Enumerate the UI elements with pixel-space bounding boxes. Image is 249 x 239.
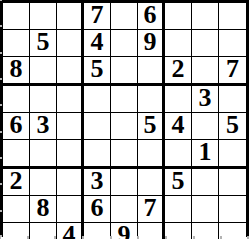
edge-tick <box>0 210 2 212</box>
cell-r1c9[interactable] <box>219 3 246 30</box>
cell-r8c1[interactable] <box>3 196 30 223</box>
given-digit: 6 <box>91 195 104 221</box>
cell-r9c6[interactable] <box>138 223 165 239</box>
given-digit: 5 <box>144 112 157 138</box>
given-digit: 2 <box>10 168 23 194</box>
given-digit: 3 <box>91 168 104 194</box>
cell-r4c8: 3 <box>192 86 219 113</box>
cell-r3c8[interactable] <box>192 57 219 86</box>
cell-r3c7: 2 <box>165 57 192 86</box>
cell-r6c2[interactable] <box>30 140 57 169</box>
given-digit: 7 <box>91 2 104 28</box>
cell-r2c7[interactable] <box>165 30 192 57</box>
given-digit: 5 <box>226 112 239 138</box>
cell-r9c8[interactable] <box>192 223 219 239</box>
cell-r7c9[interactable] <box>219 169 246 196</box>
edge-tick <box>165 236 167 239</box>
given-digit: 5 <box>91 56 104 82</box>
cell-r2c3[interactable] <box>57 30 84 57</box>
cell-r8c9[interactable] <box>219 196 246 223</box>
edge-tick <box>0 104 2 106</box>
cell-r6c5[interactable] <box>111 140 138 169</box>
cell-r5c5[interactable] <box>111 113 138 140</box>
edge-tick <box>54 236 56 239</box>
cell-r9c3: 4 <box>57 223 84 239</box>
cell-r7c7: 5 <box>165 169 192 196</box>
given-digit: 4 <box>172 112 185 138</box>
given-digit: 9 <box>144 29 157 55</box>
cell-r4c9[interactable] <box>219 86 246 113</box>
cell-r4c5[interactable] <box>111 86 138 113</box>
given-digit: 4 <box>91 29 104 55</box>
cell-r5c2: 3 <box>30 113 57 140</box>
given-digit: 6 <box>10 112 23 138</box>
cell-r5c6: 5 <box>138 113 165 140</box>
cell-r1c8[interactable] <box>192 3 219 30</box>
cell-r1c4: 7 <box>84 3 111 30</box>
cell-r7c8[interactable] <box>192 169 219 196</box>
edge-tick <box>0 131 2 133</box>
cell-r3c2[interactable] <box>30 57 57 86</box>
cell-r7c1: 2 <box>3 169 30 196</box>
edge-tick <box>82 236 84 239</box>
edge-tick <box>0 78 2 80</box>
sudoku-screenshot: 765498527363545123586749 <box>0 0 249 239</box>
cell-r8c4: 6 <box>84 196 111 223</box>
cell-r6c3[interactable] <box>57 140 84 169</box>
cell-r9c1[interactable] <box>3 223 30 239</box>
cell-r8c7[interactable] <box>165 196 192 223</box>
edge-tick <box>110 236 112 239</box>
cell-r9c2[interactable] <box>30 223 57 239</box>
cell-r4c6[interactable] <box>138 86 165 113</box>
given-digit: 2 <box>172 56 185 82</box>
cell-r9c5: 9 <box>111 223 138 239</box>
cell-r8c3[interactable] <box>57 196 84 223</box>
cell-r7c2[interactable] <box>30 169 57 196</box>
cell-r3c6[interactable] <box>138 57 165 86</box>
cell-r2c4: 4 <box>84 30 111 57</box>
edge-tick <box>193 236 195 239</box>
cell-r7c5[interactable] <box>111 169 138 196</box>
given-digit: 7 <box>144 195 157 221</box>
cell-r5c1: 6 <box>3 113 30 140</box>
cell-r4c2[interactable] <box>30 86 57 113</box>
edge-tick <box>0 183 2 185</box>
cell-r2c6: 9 <box>138 30 165 57</box>
cell-r6c7[interactable] <box>165 140 192 169</box>
cell-r8c6: 7 <box>138 196 165 223</box>
cell-r1c7[interactable] <box>165 3 192 30</box>
given-digit: 1 <box>199 139 212 165</box>
given-digit: 3 <box>199 85 212 111</box>
edge-tick <box>0 52 2 54</box>
given-digit: 9 <box>118 222 131 239</box>
edge-tick <box>0 0 2 1</box>
cell-r4c3[interactable] <box>57 86 84 113</box>
cell-r8c8[interactable] <box>192 196 219 223</box>
edge-tick <box>0 25 2 27</box>
cell-r9c7[interactable] <box>165 223 192 239</box>
cell-r2c5[interactable] <box>111 30 138 57</box>
edge-tick <box>0 157 2 159</box>
edge-tick <box>0 235 2 237</box>
given-digit: 8 <box>10 56 23 82</box>
given-digit: 8 <box>37 195 50 221</box>
cell-r2c1[interactable] <box>3 30 30 57</box>
cell-r9c4[interactable] <box>84 223 111 239</box>
cell-r2c2: 5 <box>30 30 57 57</box>
cell-r6c4[interactable] <box>84 140 111 169</box>
cell-r7c6[interactable] <box>138 169 165 196</box>
cell-r6c6[interactable] <box>138 140 165 169</box>
cell-r3c3[interactable] <box>57 57 84 86</box>
cell-r6c1[interactable] <box>3 140 30 169</box>
cell-r8c5[interactable] <box>111 196 138 223</box>
edge-tick <box>247 236 249 239</box>
cell-r7c3[interactable] <box>57 169 84 196</box>
cell-r6c8: 1 <box>192 140 219 169</box>
given-digit: 7 <box>226 56 239 82</box>
given-digit: 5 <box>37 29 50 55</box>
cell-r3c4: 5 <box>84 57 111 86</box>
edge-tick <box>137 236 139 239</box>
cell-r1c1[interactable] <box>3 3 30 30</box>
cell-r5c4[interactable] <box>84 113 111 140</box>
cell-r1c5[interactable] <box>111 3 138 30</box>
given-digit: 5 <box>172 168 185 194</box>
given-digit: 3 <box>37 112 50 138</box>
cell-r4c4[interactable] <box>84 86 111 113</box>
cell-r4c7[interactable] <box>165 86 192 113</box>
cell-r5c7: 4 <box>165 113 192 140</box>
cell-r7c4: 3 <box>84 169 111 196</box>
given-digit: 4 <box>63 222 76 239</box>
cell-r1c3[interactable] <box>57 3 84 30</box>
cell-r4c1[interactable] <box>3 86 30 113</box>
edge-tick <box>220 236 222 239</box>
cell-r9c9 <box>219 223 246 239</box>
cell-r1c2[interactable] <box>30 3 57 30</box>
cell-r3c5[interactable] <box>111 57 138 86</box>
cell-r5c3[interactable] <box>57 113 84 140</box>
cell-r8c2: 8 <box>30 196 57 223</box>
sudoku-board: 765498527363545123586749 <box>0 0 249 237</box>
cell-r2c9[interactable] <box>219 30 246 57</box>
cell-r6c9[interactable] <box>219 140 246 169</box>
edge-tick <box>27 236 29 239</box>
cell-r2c8[interactable] <box>192 30 219 57</box>
given-digit: 6 <box>144 2 157 28</box>
cell-r5c9: 5 <box>219 113 246 140</box>
cell-r3c9: 7 <box>219 57 246 86</box>
cell-r5c8[interactable] <box>192 113 219 140</box>
cell-r3c1: 8 <box>3 57 30 86</box>
cell-r1c6: 6 <box>138 3 165 30</box>
